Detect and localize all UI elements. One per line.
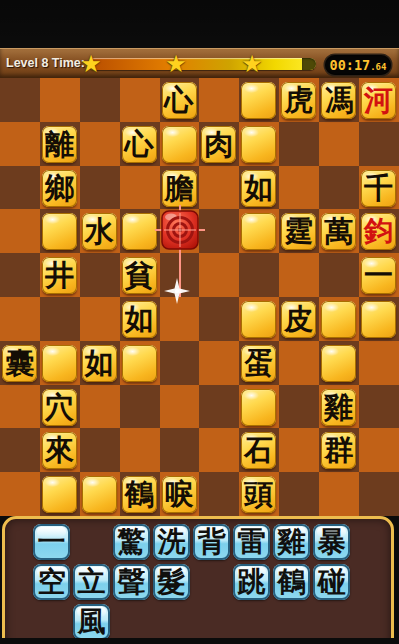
board-cell: 肉: [199, 122, 239, 166]
board-cell: 雞: [319, 385, 359, 429]
board-cell: [279, 428, 319, 472]
tray-tile-驚[interactable]: 驚: [113, 524, 150, 560]
tray-tile-風[interactable]: 風: [73, 604, 110, 640]
tray-tile-char: 立: [78, 568, 106, 596]
board-tile-鶴: 鶴: [122, 476, 157, 513]
tray-tile-char: 一: [38, 528, 66, 556]
board-cell: [279, 166, 319, 210]
blank-tile-slot[interactable]: [162, 126, 197, 163]
board-cell: [279, 472, 319, 516]
board-cell: [80, 428, 120, 472]
board-cell: [120, 428, 160, 472]
tray-tile-空[interactable]: 空: [33, 564, 70, 600]
blank-tile-slot[interactable]: [321, 301, 356, 338]
game-screen: Level 8 Time: 00:17.64 心虎馮河離心肉鄉膽如千水霆萬鈞井貧…: [0, 0, 399, 644]
board-cell: 霆: [279, 209, 319, 253]
board-cell: [40, 341, 80, 385]
board-cell: [80, 122, 120, 166]
board-cell: [160, 428, 200, 472]
tray-tile-聲[interactable]: 聲: [113, 564, 150, 600]
board-cell: [80, 385, 120, 429]
board-cell: [199, 428, 239, 472]
timer-display: 00:17.64: [325, 55, 391, 75]
board-cell: [160, 385, 200, 429]
board-tile-萬: 萬: [321, 213, 356, 250]
board-tile-char: 肉: [201, 126, 236, 163]
board-tile-一: 一: [361, 257, 396, 294]
board-cell: [0, 385, 40, 429]
board-cell: [199, 385, 239, 429]
board-cell: [80, 78, 120, 122]
tray-tile-洗[interactable]: 洗: [153, 524, 190, 560]
board-cell: [80, 253, 120, 297]
tray-tile-char: 跳: [238, 568, 266, 596]
board-tile-鈞: 鈞: [361, 213, 396, 250]
board-cell: 萬: [319, 209, 359, 253]
blank-tile-slot[interactable]: [42, 476, 77, 513]
board-cell: 鈞: [359, 209, 399, 253]
board-tile-群: 群: [321, 432, 356, 469]
board-cell: [160, 209, 200, 253]
board-cell: [40, 297, 80, 341]
board-tile-肉: 肉: [201, 126, 236, 163]
board-tile-char: 心: [162, 82, 197, 119]
board-cell: 井: [40, 253, 80, 297]
blank-tile-slot[interactable]: [241, 301, 276, 338]
level-time-label: Level 8 Time:: [6, 56, 85, 70]
board-tile-河: 河: [361, 82, 396, 119]
board-cell: [40, 472, 80, 516]
tray-tile-char: 髮: [158, 568, 186, 596]
star-icon-1: [78, 50, 104, 78]
board-tile-如: 如: [122, 301, 157, 338]
board-tile-char: 霆: [281, 213, 316, 250]
blank-tile-slot[interactable]: [42, 345, 77, 382]
tray-tile-髮[interactable]: 髮: [153, 564, 190, 600]
board-tile-井: 井: [42, 257, 77, 294]
tray-tile-暴[interactable]: 暴: [313, 524, 350, 560]
board-cell: [0, 122, 40, 166]
board-cell: [239, 78, 279, 122]
board-tile-心: 心: [122, 126, 157, 163]
board-tile-char: 如: [82, 345, 117, 382]
blank-tile-slot[interactable]: [241, 213, 276, 250]
tray-tile-char: 驚: [118, 528, 146, 556]
star-icon-2: [163, 50, 189, 78]
board-tile-如: 如: [82, 345, 117, 382]
tray-tile-char: 雞: [278, 528, 306, 556]
board-cell: 河: [359, 78, 399, 122]
board-cell: 千: [359, 166, 399, 210]
board-tile-離: 離: [42, 126, 77, 163]
board-tile-char: 貧: [122, 257, 157, 294]
board-cell: [359, 122, 399, 166]
progress-remaining: [302, 58, 316, 70]
tray-tile-背[interactable]: 背: [193, 524, 230, 560]
board-cell: [199, 166, 239, 210]
target-cursor-icon[interactable]: [161, 211, 199, 307]
board-tile-char: 鄉: [42, 170, 77, 207]
tray-tile-跳[interactable]: 跳: [233, 564, 270, 600]
timer-main: 00:17: [330, 57, 371, 73]
tray-tile-立[interactable]: 立: [73, 564, 110, 600]
board-tile-char: 馮: [321, 82, 356, 119]
board-tile-char: 虎: [281, 82, 316, 119]
board-cell: [0, 297, 40, 341]
board-cell: [0, 166, 40, 210]
board-cell: [359, 428, 399, 472]
blank-tile-slot[interactable]: [241, 389, 276, 426]
board-cell: [239, 209, 279, 253]
board-cell: [239, 297, 279, 341]
board-tile-char: 穴: [42, 389, 77, 426]
board-tile-唳: 唳: [162, 476, 197, 513]
board-cell: [199, 209, 239, 253]
board-cell: 鄉: [40, 166, 80, 210]
board-cell: [359, 297, 399, 341]
board-tile-石: 石: [241, 432, 276, 469]
blank-tile-slot[interactable]: [241, 82, 276, 119]
board-cell: 離: [40, 122, 80, 166]
bottom-black-bar: [0, 638, 399, 644]
board-cell: [279, 385, 319, 429]
board-cell: [279, 122, 319, 166]
board-cell: 囊: [0, 341, 40, 385]
top-black-bar: [0, 0, 399, 48]
tray-tile-碰[interactable]: 碰: [313, 564, 350, 600]
board-cell: [0, 209, 40, 253]
board-tile-穴: 穴: [42, 389, 77, 426]
blank-tile-slot[interactable]: [122, 213, 157, 250]
board-cell: [120, 209, 160, 253]
board-tile-char: 水: [82, 213, 117, 250]
board-tile-char: 來: [42, 432, 77, 469]
board-tile-char: 如: [241, 170, 276, 207]
board-tile-char: 一: [361, 257, 396, 294]
tray-tile-char: 風: [78, 608, 106, 636]
timer-fraction: .64: [370, 62, 386, 72]
board-cell: 蛋: [239, 341, 279, 385]
board-cell: [279, 341, 319, 385]
board-cell: [239, 122, 279, 166]
board-cell: [0, 78, 40, 122]
board-tile-虎: 虎: [281, 82, 316, 119]
board-cell: 心: [160, 78, 200, 122]
board-tile-膽: 膽: [162, 170, 197, 207]
board-cell: [359, 472, 399, 516]
board-cell: [40, 209, 80, 253]
blank-tile-slot[interactable]: [82, 476, 117, 513]
tray-tile-char: 背: [198, 528, 226, 556]
board-tile-char: 群: [321, 432, 356, 469]
board-tile-如: 如: [241, 170, 276, 207]
board-cell: 膽: [160, 166, 200, 210]
board-cell: [239, 385, 279, 429]
puzzle-board: 心虎馮河離心肉鄉膽如千水霆萬鈞井貧一如皮囊如蛋穴雞來石群鶴唳頭: [0, 78, 399, 516]
board-cell: [199, 341, 239, 385]
board-cell: [319, 166, 359, 210]
board-tile-char: 如: [122, 301, 157, 338]
board-tile-char: 千: [361, 170, 396, 207]
board-cell: [199, 78, 239, 122]
board-cell: [160, 341, 200, 385]
tray-tile-char: 鶴: [278, 568, 306, 596]
tray-tile-雷[interactable]: 雷: [233, 524, 270, 560]
board-tile-char: 鈞: [361, 213, 396, 250]
board-cell: 穴: [40, 385, 80, 429]
board-tile-貧: 貧: [122, 257, 157, 294]
board-tile-char: 石: [241, 432, 276, 469]
board-tile-千: 千: [361, 170, 396, 207]
board-cell: [319, 122, 359, 166]
board-cell: [0, 253, 40, 297]
board-cell: [0, 472, 40, 516]
blank-tile-slot[interactable]: [122, 345, 157, 382]
board-cell: [80, 166, 120, 210]
board-cell: [319, 341, 359, 385]
board-tile-char: 膽: [162, 170, 197, 207]
board-cell: 水: [80, 209, 120, 253]
board-cell: [120, 166, 160, 210]
board-tile-char: 河: [361, 82, 396, 119]
board-cell: [319, 472, 359, 516]
star-icon-3: [239, 50, 265, 78]
board-tile-char: 唳: [162, 476, 197, 513]
board-cell: [120, 78, 160, 122]
board-tile-char: 離: [42, 126, 77, 163]
board-cell: [359, 341, 399, 385]
board-cell: 鶴: [120, 472, 160, 516]
board-cell: [120, 385, 160, 429]
tray-tile-char: 聲: [118, 568, 146, 596]
board-tile-蛋: 蛋: [241, 345, 276, 382]
board-cell: [199, 297, 239, 341]
board-tile-char: 鶴: [122, 476, 157, 513]
tray-tile-char: 碰: [318, 568, 346, 596]
board-cell: [120, 341, 160, 385]
board-cell: 貧: [120, 253, 160, 297]
board-cell: [319, 297, 359, 341]
board-cell: 馮: [319, 78, 359, 122]
tray-tile-char: 雷: [238, 528, 266, 556]
board-cell: 心: [120, 122, 160, 166]
tray-tile-一[interactable]: 一: [33, 524, 70, 560]
board-cell: [80, 297, 120, 341]
board-cell: 虎: [279, 78, 319, 122]
blank-tile-slot[interactable]: [361, 301, 396, 338]
blank-tile-slot[interactable]: [321, 345, 356, 382]
board-cell: 如: [80, 341, 120, 385]
board-cell: 來: [40, 428, 80, 472]
board-tile-char: 萬: [321, 213, 356, 250]
board-tile-char: 皮: [281, 301, 316, 338]
board-tile-心: 心: [162, 82, 197, 119]
board-cell: [160, 122, 200, 166]
board-cell: [319, 253, 359, 297]
board-cell: [199, 472, 239, 516]
board-cell: 群: [319, 428, 359, 472]
hud-bar: Level 8 Time: 00:17.64: [0, 48, 399, 78]
time-progress-bar: [88, 58, 316, 70]
board-cell: 石: [239, 428, 279, 472]
tray-tile-雞[interactable]: 雞: [273, 524, 310, 560]
board-cell: 如: [239, 166, 279, 210]
board-cell: [0, 428, 40, 472]
tray-tile-char: 洗: [158, 528, 186, 556]
board-tile-char: 頭: [241, 476, 276, 513]
board-cell: [80, 472, 120, 516]
tile-tray: 一驚洗背雷雞暴空立聲髮跳鶴碰風: [2, 516, 394, 644]
board-tile-鄉: 鄉: [42, 170, 77, 207]
tray-tile-鶴[interactable]: 鶴: [273, 564, 310, 600]
board-tile-雞: 雞: [321, 389, 356, 426]
tray-tile-char: 暴: [318, 528, 346, 556]
board-cell: 如: [120, 297, 160, 341]
board-cell: 一: [359, 253, 399, 297]
blank-tile-slot[interactable]: [241, 126, 276, 163]
board-tile-霆: 霆: [281, 213, 316, 250]
board-tile-水: 水: [82, 213, 117, 250]
board-tile-馮: 馮: [321, 82, 356, 119]
board-tile-來: 來: [42, 432, 77, 469]
board-tile-char: 蛋: [241, 345, 276, 382]
tray-tile-char: 空: [38, 568, 66, 596]
board-tile-char: 井: [42, 257, 77, 294]
board-tile-char: 囊: [2, 345, 37, 382]
board-tile-char: 雞: [321, 389, 356, 426]
board-cell: 皮: [279, 297, 319, 341]
board-cell: [279, 253, 319, 297]
board-cell: [359, 385, 399, 429]
board-cell: 唳: [160, 472, 200, 516]
board-tile-char: 心: [122, 126, 157, 163]
board-tile-頭: 頭: [241, 476, 276, 513]
board-tile-囊: 囊: [2, 345, 37, 382]
board-tile-皮: 皮: [281, 301, 316, 338]
board-cell: 頭: [239, 472, 279, 516]
board-cell: [199, 253, 239, 297]
blank-tile-slot[interactable]: [42, 213, 77, 250]
board-cell: [40, 78, 80, 122]
board-cell: [239, 253, 279, 297]
